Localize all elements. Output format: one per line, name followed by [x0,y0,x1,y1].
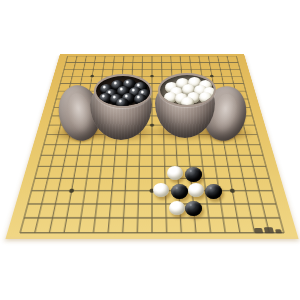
maker-mark-icon [264,227,274,233]
maker-mark-icon [275,229,282,233]
white-stone [153,183,169,197]
black-stone [205,184,222,199]
white-stone [169,201,185,215]
star-point [230,189,235,193]
go-board [6,54,298,237]
star-point [69,189,74,193]
star-point [90,75,94,77]
white-stone-in-bowl [181,97,194,107]
black-stone [185,201,202,216]
black-stone [171,184,188,199]
star-point [150,75,154,77]
white-stone [188,183,204,197]
maker-mark-icon [254,228,263,234]
board-grid-svg [6,54,298,237]
product-photo [0,0,300,300]
white-stone [167,166,183,180]
white-bowl-opening [158,73,216,107]
star-point [210,75,214,77]
black-bowl-opening [94,74,152,108]
black-stone [185,167,202,182]
black-stone-in-bowl [116,98,129,108]
